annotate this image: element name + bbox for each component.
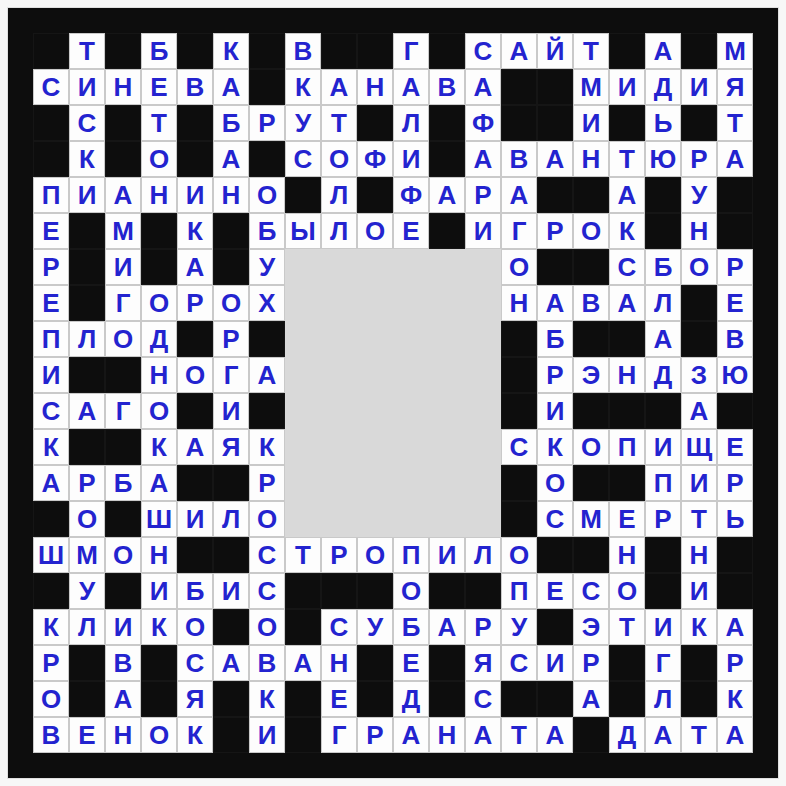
cell-r14-c15: С <box>537 501 573 537</box>
cell-r3-c4: Т <box>141 105 177 141</box>
cell-r11-c19: А <box>681 393 717 429</box>
cell-r6-c20 <box>717 213 753 249</box>
cell-r3-c3 <box>105 105 141 141</box>
cell-r20-c15: А <box>537 717 573 753</box>
cell-r15-c2: М <box>69 537 105 573</box>
cell-r12-c4: К <box>141 429 177 465</box>
cell-r1-c2: Т <box>69 33 105 69</box>
cell-r9-c19 <box>681 321 717 357</box>
cell-r20-c20: А <box>717 717 753 753</box>
cell-r8-c1: Е <box>33 285 69 321</box>
cell-r17-c14: У <box>501 609 537 645</box>
cell-r13-c18: П <box>645 465 681 501</box>
cell-r12-c7: К <box>249 429 285 465</box>
cell-r16-c7: С <box>249 573 285 609</box>
cell-r2-c19: И <box>681 69 717 105</box>
cell-r6-c17: К <box>609 213 645 249</box>
cell-r5-c9: Л <box>321 177 357 213</box>
cell-r10-c2 <box>69 357 105 393</box>
cell-r11-c18 <box>645 393 681 429</box>
cell-r20-c13: А <box>465 717 501 753</box>
cell-r13-c3: Б <box>105 465 141 501</box>
cell-r12-c5: А <box>177 429 213 465</box>
cell-r20-c4: О <box>141 717 177 753</box>
cell-r11-c17 <box>609 393 645 429</box>
cell-r18-c20: Р <box>717 645 753 681</box>
cell-r5-c8 <box>285 177 321 213</box>
center-image-placeholder <box>285 249 501 537</box>
cell-r6-c9: Л <box>321 213 357 249</box>
cell-r2-c2: И <box>69 69 105 105</box>
cell-r13-c2: Р <box>69 465 105 501</box>
cell-r6-c6 <box>213 213 249 249</box>
cell-r9-c5 <box>177 321 213 357</box>
cell-r11-c2: А <box>69 393 105 429</box>
cell-r8-c6: О <box>213 285 249 321</box>
cell-r8-c4: О <box>141 285 177 321</box>
cell-r12-c15: К <box>537 429 573 465</box>
cell-r20-c11: А <box>393 717 429 753</box>
cell-r20-c8 <box>285 717 321 753</box>
cell-r4-c16: Н <box>573 141 609 177</box>
cell-r5-c13: Р <box>465 177 501 213</box>
cell-r19-c6 <box>213 681 249 717</box>
cell-r20-c9: Г <box>321 717 357 753</box>
cell-r4-c19: Р <box>681 141 717 177</box>
cell-r10-c1: И <box>33 357 69 393</box>
cell-r1-c7 <box>249 33 285 69</box>
cell-r19-c8 <box>285 681 321 717</box>
cell-r4-c20: А <box>717 141 753 177</box>
cell-r14-c1 <box>33 501 69 537</box>
cell-r2-c10: Н <box>357 69 393 105</box>
cell-r11-c3: Г <box>105 393 141 429</box>
cell-r10-c7: А <box>249 357 285 393</box>
cell-r18-c15: И <box>537 645 573 681</box>
cell-r13-c1: А <box>33 465 69 501</box>
cell-r16-c13 <box>465 573 501 609</box>
cell-r7-c3: И <box>105 249 141 285</box>
cell-r2-c16: М <box>573 69 609 105</box>
cell-r18-c3: В <box>105 645 141 681</box>
cell-r12-c6: Я <box>213 429 249 465</box>
cell-r18-c10 <box>357 645 393 681</box>
cell-r4-c6: А <box>213 141 249 177</box>
cell-r8-c18: Л <box>645 285 681 321</box>
cell-r16-c16: С <box>573 573 609 609</box>
cell-r19-c13: С <box>465 681 501 717</box>
cell-r15-c14: О <box>501 537 537 573</box>
cell-r14-c3 <box>105 501 141 537</box>
cell-r8-c3: Г <box>105 285 141 321</box>
cell-r19-c17 <box>609 681 645 717</box>
cell-r10-c14 <box>501 357 537 393</box>
cell-r7-c18: Б <box>645 249 681 285</box>
cell-r1-c6: К <box>213 33 249 69</box>
cell-r6-c13: И <box>465 213 501 249</box>
cell-r3-c13: Ф <box>465 105 501 141</box>
cell-r7-c7: У <box>249 249 285 285</box>
cell-r9-c17 <box>609 321 645 357</box>
cell-r15-c18 <box>645 537 681 573</box>
cell-r8-c5: Р <box>177 285 213 321</box>
cell-r5-c4: Н <box>141 177 177 213</box>
cell-r18-c4 <box>141 645 177 681</box>
cell-r1-c5 <box>177 33 213 69</box>
cell-r9-c14 <box>501 321 537 357</box>
cell-r19-c5: Я <box>177 681 213 717</box>
cell-r8-c20: Е <box>717 285 753 321</box>
cell-r1-c20: М <box>717 33 753 69</box>
cell-r5-c18 <box>645 177 681 213</box>
cell-r1-c16: Т <box>573 33 609 69</box>
cell-r17-c9: С <box>321 609 357 645</box>
cell-r6-c3: М <box>105 213 141 249</box>
cell-r15-c8: Т <box>285 537 321 573</box>
cell-r4-c13: А <box>465 141 501 177</box>
cell-r3-c11: Л <box>393 105 429 141</box>
cell-r4-c14: В <box>501 141 537 177</box>
cell-r10-c18: Д <box>645 357 681 393</box>
cell-r3-c6: Б <box>213 105 249 141</box>
cell-r15-c16 <box>573 537 609 573</box>
cell-r17-c2: Л <box>69 609 105 645</box>
cell-r19-c11: Д <box>393 681 429 717</box>
cell-r10-c16: Э <box>573 357 609 393</box>
cell-r7-c4 <box>141 249 177 285</box>
cell-r14-c16: М <box>573 501 609 537</box>
cell-r13-c6 <box>213 465 249 501</box>
cell-r6-c15: Р <box>537 213 573 249</box>
cell-r16-c6: И <box>213 573 249 609</box>
cell-r5-c5: И <box>177 177 213 213</box>
cell-r16-c11: О <box>393 573 429 609</box>
cell-r2-c12: В <box>429 69 465 105</box>
cell-r16-c15: Е <box>537 573 573 609</box>
cell-r6-c18 <box>645 213 681 249</box>
cell-r3-c5 <box>177 105 213 141</box>
cell-r17-c17: Т <box>609 609 645 645</box>
cell-r17-c19: К <box>681 609 717 645</box>
cell-r14-c17: Е <box>609 501 645 537</box>
cell-r9-c7 <box>249 321 285 357</box>
cell-r18-c6: А <box>213 645 249 681</box>
cell-r5-c14: А <box>501 177 537 213</box>
cell-r1-c15: Й <box>537 33 573 69</box>
cell-r16-c1 <box>33 573 69 609</box>
cell-r8-c14: Н <box>501 285 537 321</box>
cell-r13-c20: Р <box>717 465 753 501</box>
cell-r11-c4: О <box>141 393 177 429</box>
cell-r9-c6: Р <box>213 321 249 357</box>
cell-r2-c6: А <box>213 69 249 105</box>
cell-r5-c10 <box>357 177 393 213</box>
cell-r19-c2 <box>69 681 105 717</box>
cell-r13-c7: Р <box>249 465 285 501</box>
cell-r17-c20: А <box>717 609 753 645</box>
cell-r4-c18: Ю <box>645 141 681 177</box>
cell-r18-c5: С <box>177 645 213 681</box>
cell-r20-c19: Т <box>681 717 717 753</box>
cell-r18-c18: Г <box>645 645 681 681</box>
cell-r2-c15 <box>537 69 573 105</box>
cell-r5-c1: П <box>33 177 69 213</box>
cell-r15-c5 <box>177 537 213 573</box>
cell-r1-c19 <box>681 33 717 69</box>
cell-r9-c16 <box>573 321 609 357</box>
cell-r1-c11: Г <box>393 33 429 69</box>
cell-r8-c16: В <box>573 285 609 321</box>
cell-r2-c14 <box>501 69 537 105</box>
cell-r4-c4: О <box>141 141 177 177</box>
cell-r17-c12: А <box>429 609 465 645</box>
cell-r6-c5: К <box>177 213 213 249</box>
cell-r10-c19: З <box>681 357 717 393</box>
cell-r19-c20: К <box>717 681 753 717</box>
cell-r2-c17: И <box>609 69 645 105</box>
cell-r18-c13: Я <box>465 645 501 681</box>
cell-r6-c12 <box>429 213 465 249</box>
cell-r1-c14: А <box>501 33 537 69</box>
cell-r8-c7: Х <box>249 285 285 321</box>
cell-r11-c16 <box>573 393 609 429</box>
cell-r4-c9: О <box>321 141 357 177</box>
cell-r6-c16: О <box>573 213 609 249</box>
cell-r19-c7: К <box>249 681 285 717</box>
cell-r10-c5: О <box>177 357 213 393</box>
cell-r13-c16 <box>573 465 609 501</box>
cell-r15-c6 <box>213 537 249 573</box>
cell-r4-c3 <box>105 141 141 177</box>
cell-r16-c4: И <box>141 573 177 609</box>
cell-r3-c8: У <box>285 105 321 141</box>
cell-r17-c1: К <box>33 609 69 645</box>
cell-r15-c13: Л <box>465 537 501 573</box>
cell-r19-c18: Л <box>645 681 681 717</box>
cell-r2-c18: Д <box>645 69 681 105</box>
cell-r20-c17: Д <box>609 717 645 753</box>
cell-r14-c19: Т <box>681 501 717 537</box>
cell-r3-c9: Т <box>321 105 357 141</box>
cell-r20-c10: Р <box>357 717 393 753</box>
cell-r7-c20: Р <box>717 249 753 285</box>
cell-r6-c2 <box>69 213 105 249</box>
cell-r20-c5: К <box>177 717 213 753</box>
cell-r16-c17: О <box>609 573 645 609</box>
cell-r17-c16: Э <box>573 609 609 645</box>
cell-r20-c12: Н <box>429 717 465 753</box>
cell-r2-c1: С <box>33 69 69 105</box>
cell-r1-c18: А <box>645 33 681 69</box>
cell-r9-c18: А <box>645 321 681 357</box>
cell-r14-c18: Р <box>645 501 681 537</box>
cell-r7-c6 <box>213 249 249 285</box>
cell-r2-c9: А <box>321 69 357 105</box>
cell-r3-c14 <box>501 105 537 141</box>
cell-r7-c15 <box>537 249 573 285</box>
cell-r18-c1: Р <box>33 645 69 681</box>
cell-r2-c13: А <box>465 69 501 105</box>
cell-r9-c20: В <box>717 321 753 357</box>
cell-r18-c8: А <box>285 645 321 681</box>
cell-r17-c7: О <box>249 609 285 645</box>
cell-r5-c15 <box>537 177 573 213</box>
cell-r19-c3: А <box>105 681 141 717</box>
cell-r20-c18: А <box>645 717 681 753</box>
cell-r7-c19: О <box>681 249 717 285</box>
cell-r10-c17: Н <box>609 357 645 393</box>
cell-r8-c15: А <box>537 285 573 321</box>
cell-r13-c17 <box>609 465 645 501</box>
cell-r3-c2: С <box>69 105 105 141</box>
cell-r16-c20 <box>717 573 753 609</box>
cell-r8-c2 <box>69 285 105 321</box>
crossword-frame: ТБКВГСАЙТАМСИНЕВАКАНАВАМИДИЯСТБРУТЛФИЬТК… <box>8 8 778 778</box>
cell-r9-c3: О <box>105 321 141 357</box>
cell-r5-c20 <box>717 177 753 213</box>
cell-r14-c7: О <box>249 501 285 537</box>
cell-r13-c19: И <box>681 465 717 501</box>
cell-r19-c12 <box>429 681 465 717</box>
cell-r4-c7 <box>249 141 285 177</box>
cell-r15-c10: О <box>357 537 393 573</box>
cell-r9-c15: Б <box>537 321 573 357</box>
cell-r4-c15: А <box>537 141 573 177</box>
cell-r12-c3 <box>105 429 141 465</box>
cell-r2-c5: В <box>177 69 213 105</box>
cell-r7-c14: О <box>501 249 537 285</box>
cell-r4-c10: Ф <box>357 141 393 177</box>
cell-r15-c1: Ш <box>33 537 69 573</box>
cell-r19-c14 <box>501 681 537 717</box>
cell-r2-c20: Я <box>717 69 753 105</box>
cell-r5-c12: А <box>429 177 465 213</box>
cell-r16-c12 <box>429 573 465 609</box>
cell-r5-c19: У <box>681 177 717 213</box>
cell-r16-c8 <box>285 573 321 609</box>
cell-r6-c8: Ы <box>285 213 321 249</box>
cell-r20-c6 <box>213 717 249 753</box>
cell-r3-c16: И <box>573 105 609 141</box>
cell-r2-c3: Н <box>105 69 141 105</box>
cell-r5-c3: А <box>105 177 141 213</box>
cell-r6-c7: Б <box>249 213 285 249</box>
cell-r7-c17: С <box>609 249 645 285</box>
cell-r18-c19 <box>681 645 717 681</box>
cell-r14-c14 <box>501 501 537 537</box>
cell-r12-c18: И <box>645 429 681 465</box>
cell-r1-c12 <box>429 33 465 69</box>
cell-r1-c9 <box>321 33 357 69</box>
cell-r12-c19: Щ <box>681 429 717 465</box>
cell-r3-c7: Р <box>249 105 285 141</box>
cell-r5-c17: А <box>609 177 645 213</box>
cell-r15-c3: О <box>105 537 141 573</box>
cell-r15-c15 <box>537 537 573 573</box>
cell-r17-c15 <box>537 609 573 645</box>
cell-r8-c19 <box>681 285 717 321</box>
cell-r6-c11: Е <box>393 213 429 249</box>
cell-r3-c10 <box>357 105 393 141</box>
cell-r11-c5 <box>177 393 213 429</box>
cell-r14-c2: О <box>69 501 105 537</box>
cell-r19-c19 <box>681 681 717 717</box>
cell-r12-c16: О <box>573 429 609 465</box>
cell-r2-c7 <box>249 69 285 105</box>
cell-r18-c11: Е <box>393 645 429 681</box>
cell-r19-c9: Е <box>321 681 357 717</box>
cell-r11-c1: С <box>33 393 69 429</box>
cell-r3-c17 <box>609 105 645 141</box>
cell-r5-c6: Н <box>213 177 249 213</box>
cell-r10-c20: Ю <box>717 357 753 393</box>
cell-r20-c16 <box>573 717 609 753</box>
cell-r18-c16: Р <box>573 645 609 681</box>
cell-r7-c1: Р <box>33 249 69 285</box>
cell-r3-c18: Ь <box>645 105 681 141</box>
cell-r19-c4 <box>141 681 177 717</box>
cell-r13-c4: А <box>141 465 177 501</box>
cell-r18-c2 <box>69 645 105 681</box>
cell-r1-c13: С <box>465 33 501 69</box>
cell-r11-c20 <box>717 393 753 429</box>
cell-r18-c7: В <box>249 645 285 681</box>
cell-r1-c4: Б <box>141 33 177 69</box>
cell-r2-c11: А <box>393 69 429 105</box>
cell-r16-c10 <box>357 573 393 609</box>
cell-r5-c16 <box>573 177 609 213</box>
cell-r6-c19: Н <box>681 213 717 249</box>
cell-r9-c1: П <box>33 321 69 357</box>
cell-r16-c2: У <box>69 573 105 609</box>
cell-r15-c7: С <box>249 537 285 573</box>
cell-r16-c3 <box>105 573 141 609</box>
cell-r15-c17: Н <box>609 537 645 573</box>
cell-r3-c15 <box>537 105 573 141</box>
cell-r1-c17 <box>609 33 645 69</box>
cell-r20-c1: В <box>33 717 69 753</box>
cell-r15-c12: И <box>429 537 465 573</box>
cell-r18-c9: Н <box>321 645 357 681</box>
cell-r11-c15: И <box>537 393 573 429</box>
cell-r5-c2: И <box>69 177 105 213</box>
cell-r14-c20: Ь <box>717 501 753 537</box>
cell-r17-c5: О <box>177 609 213 645</box>
cell-r3-c12 <box>429 105 465 141</box>
cell-r17-c4: К <box>141 609 177 645</box>
cell-r5-c7: О <box>249 177 285 213</box>
cell-r6-c14: Г <box>501 213 537 249</box>
cell-r20-c3: Н <box>105 717 141 753</box>
cell-r14-c6: Л <box>213 501 249 537</box>
cell-r19-c10 <box>357 681 393 717</box>
cell-r20-c7: И <box>249 717 285 753</box>
cell-r12-c14: С <box>501 429 537 465</box>
cell-r11-c7 <box>249 393 285 429</box>
cell-r17-c11: Б <box>393 609 429 645</box>
cell-r17-c6 <box>213 609 249 645</box>
cell-r3-c19 <box>681 105 717 141</box>
cell-r13-c5 <box>177 465 213 501</box>
cell-r19-c15 <box>537 681 573 717</box>
cell-r17-c18: И <box>645 609 681 645</box>
cell-r14-c5: И <box>177 501 213 537</box>
cell-r2-c8: К <box>285 69 321 105</box>
cell-r11-c14 <box>501 393 537 429</box>
cell-r5-c11: Ф <box>393 177 429 213</box>
cell-r19-c16: А <box>573 681 609 717</box>
cell-r10-c6: Г <box>213 357 249 393</box>
